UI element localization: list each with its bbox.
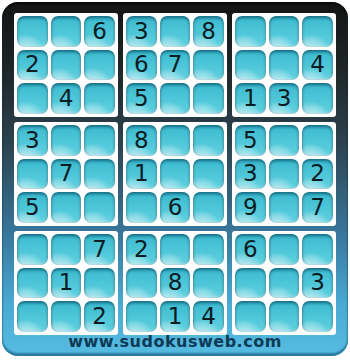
cell-r2c8[interactable] [269,50,300,81]
box-3: 413 [232,13,336,117]
cell-r8c5[interactable]: 8 [160,268,191,299]
cell-r5c3[interactable] [84,159,115,190]
sudoku-board: 6243867541337581653297712281463 [14,13,336,335]
cell-r1c3[interactable]: 6 [84,16,115,47]
cell-r6c4[interactable] [126,192,157,223]
cell-r9c9[interactable] [302,301,333,332]
cell-r7c9[interactable] [302,234,333,265]
cell-r7c1[interactable] [17,234,48,265]
cell-r1c2[interactable] [51,16,82,47]
cell-r7c5[interactable] [160,234,191,265]
cell-r4c5[interactable] [160,125,191,156]
cell-r7c3[interactable]: 7 [84,234,115,265]
box-9: 63 [232,231,336,335]
cell-r4c1[interactable]: 3 [17,125,48,156]
cell-r1c9[interactable] [302,16,333,47]
cell-r6c2[interactable] [51,192,82,223]
cell-r3c8[interactable]: 3 [269,83,300,114]
cell-r4c4[interactable]: 8 [126,125,157,156]
cell-r9c7[interactable] [235,301,266,332]
cell-r8c6[interactable] [193,268,224,299]
cell-r2c2[interactable] [51,50,82,81]
box-8: 2814 [123,231,227,335]
cell-r9c5[interactable]: 1 [160,301,191,332]
cell-r1c1[interactable] [17,16,48,47]
site-url: www.sudokusweb.com [2,331,348,351]
cell-r3c3[interactable] [84,83,115,114]
cell-r4c3[interactable] [84,125,115,156]
board-frame: 6243867541337581653297712281463 www.sudo… [2,2,348,356]
cell-r9c1[interactable] [17,301,48,332]
cell-r3c9[interactable] [302,83,333,114]
box-5: 816 [123,122,227,226]
cell-r2c9[interactable]: 4 [302,50,333,81]
cell-r4c8[interactable] [269,125,300,156]
sudoku-widget: 6243867541337581653297712281463 www.sudo… [0,0,350,360]
cell-r8c7[interactable] [235,268,266,299]
cell-r9c2[interactable] [51,301,82,332]
box-6: 53297 [232,122,336,226]
cell-r4c9[interactable] [302,125,333,156]
cell-r6c1[interactable]: 5 [17,192,48,223]
cell-r8c4[interactable] [126,268,157,299]
cell-r8c9[interactable]: 3 [302,268,333,299]
cell-r1c8[interactable] [269,16,300,47]
cell-r1c7[interactable] [235,16,266,47]
cell-r3c1[interactable] [17,83,48,114]
cell-r7c2[interactable] [51,234,82,265]
cell-r5c9[interactable]: 2 [302,159,333,190]
cell-r9c3[interactable]: 2 [84,301,115,332]
cell-r8c1[interactable] [17,268,48,299]
cell-r7c7[interactable]: 6 [235,234,266,265]
cell-r5c8[interactable] [269,159,300,190]
cell-r9c4[interactable] [126,301,157,332]
cell-r6c5[interactable]: 6 [160,192,191,223]
cell-r5c6[interactable] [193,159,224,190]
cell-r5c2[interactable]: 7 [51,159,82,190]
cell-r3c7[interactable]: 1 [235,83,266,114]
cell-r3c2[interactable]: 4 [51,83,82,114]
cell-r8c3[interactable] [84,268,115,299]
cell-r3c5[interactable] [160,83,191,114]
cell-r8c8[interactable] [269,268,300,299]
cell-r3c6[interactable] [193,83,224,114]
box-4: 375 [14,122,118,226]
cell-r1c5[interactable] [160,16,191,47]
cell-r2c4[interactable]: 6 [126,50,157,81]
cell-r7c4[interactable]: 2 [126,234,157,265]
cell-r6c8[interactable] [269,192,300,223]
cell-r4c2[interactable] [51,125,82,156]
cell-r6c3[interactable] [84,192,115,223]
cell-r4c7[interactable]: 5 [235,125,266,156]
box-2: 38675 [123,13,227,117]
cell-r5c4[interactable]: 1 [126,159,157,190]
box-7: 712 [14,231,118,335]
cell-r6c9[interactable]: 7 [302,192,333,223]
cell-r7c8[interactable] [269,234,300,265]
cell-r2c3[interactable] [84,50,115,81]
cell-r9c6[interactable]: 4 [193,301,224,332]
cell-r5c5[interactable] [160,159,191,190]
cell-r8c2[interactable]: 1 [51,268,82,299]
cell-r6c7[interactable]: 9 [235,192,266,223]
cell-r9c8[interactable] [269,301,300,332]
cell-r5c7[interactable]: 3 [235,159,266,190]
cell-r2c6[interactable] [193,50,224,81]
cell-r4c6[interactable] [193,125,224,156]
cell-r1c4[interactable]: 3 [126,16,157,47]
cell-r5c1[interactable] [17,159,48,190]
cell-r1c6[interactable]: 8 [193,16,224,47]
cell-r2c5[interactable]: 7 [160,50,191,81]
cell-r3c4[interactable]: 5 [126,83,157,114]
cell-r6c6[interactable] [193,192,224,223]
cell-r2c1[interactable]: 2 [17,50,48,81]
cell-r2c7[interactable] [235,50,266,81]
box-1: 624 [14,13,118,117]
cell-r7c6[interactable] [193,234,224,265]
